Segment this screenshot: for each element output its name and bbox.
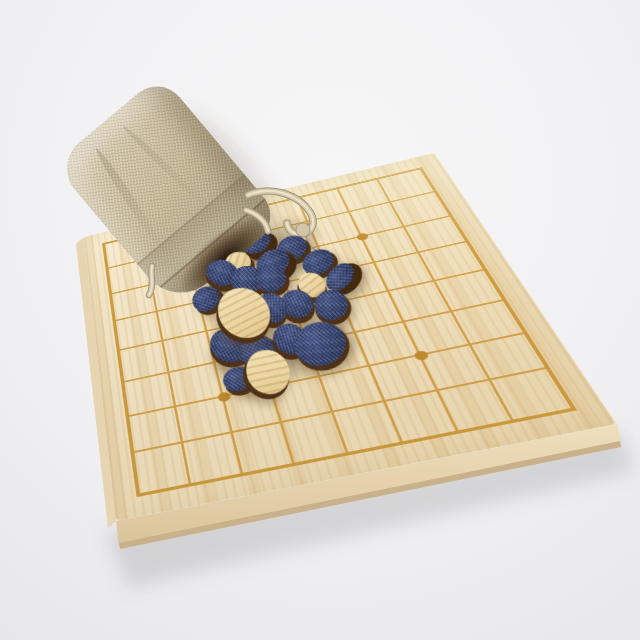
cord-neck <box>246 210 268 231</box>
product-photo-stage <box>0 0 640 640</box>
go-stone-denim <box>291 318 350 370</box>
go-stone-denim <box>313 289 349 322</box>
